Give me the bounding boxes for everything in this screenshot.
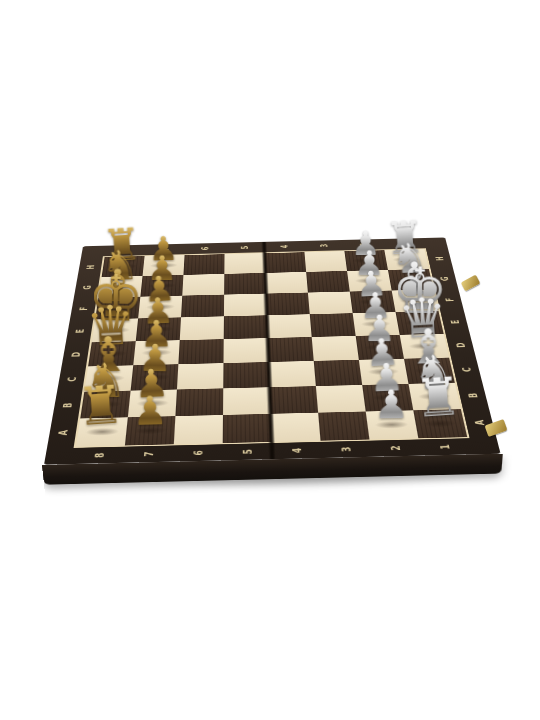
coordinate-label-6: 6 bbox=[196, 244, 212, 252]
coordinate-label-5: 5 bbox=[236, 244, 252, 252]
product-photo-stage: 8877665544332211HHGGFFEEDDCCBBAA ♜♞♝♛♚♝♞… bbox=[0, 0, 540, 720]
coordinate-label-8: 8 bbox=[117, 246, 134, 254]
square-f4[interactable] bbox=[266, 293, 310, 316]
square-a5[interactable] bbox=[223, 414, 272, 443]
square-c4[interactable] bbox=[269, 361, 316, 387]
square-f5[interactable] bbox=[224, 294, 267, 317]
rook-glyph-icon: ♜ bbox=[404, 369, 473, 426]
square-a4[interactable] bbox=[271, 413, 321, 442]
square-g4[interactable] bbox=[265, 272, 308, 294]
piece-white-rook-a1[interactable]: ♜ bbox=[410, 330, 464, 425]
coordinate-label-4: 4 bbox=[286, 444, 307, 457]
scene-3d: 8877665544332211HHGGFFEEDDCCBBAA ♜♞♝♛♚♝♞… bbox=[24, 94, 516, 606]
square-d4[interactable] bbox=[268, 337, 314, 362]
square-b5[interactable] bbox=[223, 387, 271, 415]
coordinate-label-2: 2 bbox=[355, 241, 372, 249]
square-d5[interactable] bbox=[223, 338, 268, 363]
coordinate-label-8: 8 bbox=[88, 449, 110, 462]
coordinate-label-5: 5 bbox=[237, 446, 257, 459]
square-g5[interactable] bbox=[224, 273, 266, 295]
square-e5[interactable] bbox=[224, 315, 268, 339]
square-e4[interactable] bbox=[267, 314, 312, 338]
coordinate-label-4: 4 bbox=[276, 243, 293, 251]
coordinate-label-1: 1 bbox=[433, 441, 456, 453]
coordinate-label-7: 7 bbox=[157, 245, 174, 253]
coordinate-label-3: 3 bbox=[335, 443, 356, 455]
square-h4[interactable] bbox=[264, 252, 306, 273]
coordinate-label-7: 7 bbox=[138, 448, 159, 461]
pawn-glyph-icon: ♟ bbox=[117, 390, 184, 431]
square-c5[interactable] bbox=[223, 362, 269, 388]
coordinate-label-2: 2 bbox=[384, 442, 406, 454]
coordinate-label-3: 3 bbox=[315, 242, 332, 250]
chess-board: 8877665544332211HHGGFFEEDDCCBBAA ♜♞♝♛♚♝♞… bbox=[44, 238, 501, 465]
coordinate-label-6: 6 bbox=[188, 447, 209, 460]
square-h5[interactable] bbox=[224, 253, 265, 274]
square-b4[interactable] bbox=[270, 386, 319, 414]
board-edge-face bbox=[42, 454, 503, 485]
piece-black-pawn-a7[interactable]: ♟ bbox=[124, 338, 174, 431]
coordinate-label-1: 1 bbox=[394, 240, 412, 248]
